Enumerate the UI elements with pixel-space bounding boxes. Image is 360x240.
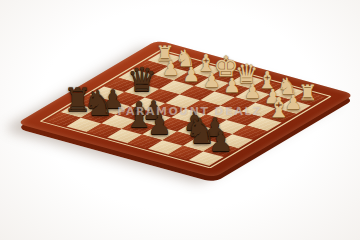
piece-black-queen-g4[interactable]: ♛ bbox=[127, 62, 157, 95]
product-photo-scene: ♜♞♝♛♚♝♞♜♟♟♟♟♟♟♟♝♛♜♞♟♝♟♟♟♟♟♞ PARAMOUNT DE… bbox=[0, 0, 360, 240]
piece-black-pawn-a7[interactable]: ♟ bbox=[208, 128, 232, 155]
watermark-text: PARAMOUNT DEALZ bbox=[118, 105, 263, 118]
piece-black-knight-g7[interactable]: ♞ bbox=[83, 86, 114, 121]
piece-white-pawn-e2[interactable]: ♟ bbox=[203, 70, 220, 90]
piece-white-pawn-c2[interactable]: ♟ bbox=[244, 81, 261, 101]
piece-white-pawn-d2[interactable]: ♟ bbox=[223, 76, 240, 96]
piece-white-pawn-g2[interactable]: ♟ bbox=[162, 59, 179, 79]
piece-white-pawn-f2[interactable]: ♟ bbox=[182, 64, 199, 84]
piece-white-bishop-a3[interactable]: ♝ bbox=[267, 94, 291, 121]
